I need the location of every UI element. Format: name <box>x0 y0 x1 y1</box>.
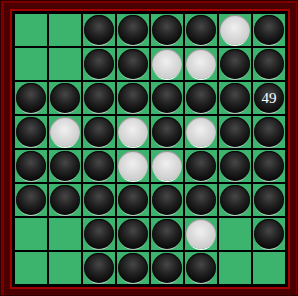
black-disc <box>16 151 46 181</box>
cell-g2[interactable] <box>219 48 251 80</box>
black-disc <box>16 185 46 215</box>
white-disc <box>186 117 216 147</box>
black-disc <box>254 15 284 45</box>
black-disc <box>152 219 182 249</box>
black-disc <box>220 49 250 79</box>
cell-a5[interactable] <box>15 150 47 182</box>
black-disc <box>254 185 284 215</box>
cell-b4[interactable] <box>49 116 81 148</box>
cell-h5[interactable] <box>253 150 285 182</box>
black-disc <box>152 253 182 283</box>
cell-e3[interactable] <box>151 82 183 114</box>
cell-a7[interactable] <box>15 218 47 250</box>
black-disc <box>118 219 148 249</box>
black-disc: 49 <box>254 83 284 113</box>
cell-d2[interactable] <box>117 48 149 80</box>
black-disc <box>186 15 216 45</box>
cell-f5[interactable] <box>185 150 217 182</box>
cell-d4[interactable] <box>117 116 149 148</box>
cell-b7[interactable] <box>49 218 81 250</box>
black-disc <box>254 219 284 249</box>
cell-h2[interactable] <box>253 48 285 80</box>
black-disc <box>152 15 182 45</box>
cell-a8[interactable] <box>15 252 47 284</box>
cell-h6[interactable] <box>253 184 285 216</box>
black-disc <box>50 151 80 181</box>
cell-b2[interactable] <box>49 48 81 80</box>
black-disc <box>84 151 114 181</box>
black-disc <box>118 49 148 79</box>
cell-h8[interactable] <box>253 252 285 284</box>
cell-d6[interactable] <box>117 184 149 216</box>
cell-b1[interactable] <box>49 14 81 46</box>
cell-f8[interactable] <box>185 252 217 284</box>
white-disc <box>186 49 216 79</box>
white-disc <box>118 117 148 147</box>
white-disc <box>152 49 182 79</box>
white-disc <box>50 117 80 147</box>
cell-b5[interactable] <box>49 150 81 182</box>
othello-board: 49 <box>12 11 288 287</box>
black-disc <box>152 185 182 215</box>
black-disc <box>118 185 148 215</box>
cell-c1[interactable] <box>83 14 115 46</box>
cell-e2[interactable] <box>151 48 183 80</box>
black-disc <box>118 253 148 283</box>
cell-e5[interactable] <box>151 150 183 182</box>
cell-c2[interactable] <box>83 48 115 80</box>
black-disc <box>84 83 114 113</box>
cell-c6[interactable] <box>83 184 115 216</box>
cell-d8[interactable] <box>117 252 149 284</box>
black-disc <box>220 151 250 181</box>
black-disc <box>50 185 80 215</box>
cell-e6[interactable] <box>151 184 183 216</box>
cell-h4[interactable] <box>253 116 285 148</box>
black-disc <box>254 117 284 147</box>
cell-c5[interactable] <box>83 150 115 182</box>
cell-b6[interactable] <box>49 184 81 216</box>
cell-c4[interactable] <box>83 116 115 148</box>
board-frame: 49 <box>0 0 298 296</box>
cell-f4[interactable] <box>185 116 217 148</box>
cell-a1[interactable] <box>15 14 47 46</box>
black-disc <box>84 219 114 249</box>
black-disc <box>254 151 284 181</box>
cell-g4[interactable] <box>219 116 251 148</box>
black-disc <box>16 83 46 113</box>
black-disc <box>220 185 250 215</box>
white-disc <box>118 151 148 181</box>
black-disc <box>186 253 216 283</box>
black-disc <box>84 15 114 45</box>
cell-h7[interactable] <box>253 218 285 250</box>
black-disc <box>84 49 114 79</box>
black-disc <box>84 117 114 147</box>
cell-f7[interactable] <box>185 218 217 250</box>
cell-g6[interactable] <box>219 184 251 216</box>
black-disc <box>254 49 284 79</box>
cell-h1[interactable] <box>253 14 285 46</box>
white-disc <box>220 15 250 45</box>
cell-a6[interactable] <box>15 184 47 216</box>
cell-d7[interactable] <box>117 218 149 250</box>
cell-a3[interactable] <box>15 82 47 114</box>
othello-app-window: 49 <box>0 0 298 296</box>
cell-c7[interactable] <box>83 218 115 250</box>
cell-e7[interactable] <box>151 218 183 250</box>
cell-g3[interactable] <box>219 82 251 114</box>
cell-b8[interactable] <box>49 252 81 284</box>
cell-f6[interactable] <box>185 184 217 216</box>
black-disc <box>220 83 250 113</box>
cell-a4[interactable] <box>15 116 47 148</box>
cell-b3[interactable] <box>49 82 81 114</box>
cell-f1[interactable] <box>185 14 217 46</box>
cell-e8[interactable] <box>151 252 183 284</box>
cell-g1[interactable] <box>219 14 251 46</box>
cell-d1[interactable] <box>117 14 149 46</box>
black-disc <box>118 83 148 113</box>
white-disc <box>186 219 216 249</box>
black-disc <box>186 151 216 181</box>
black-disc <box>152 83 182 113</box>
black-disc <box>186 83 216 113</box>
black-disc <box>152 117 182 147</box>
cell-d3[interactable] <box>117 82 149 114</box>
black-disc <box>16 117 46 147</box>
cell-e1[interactable] <box>151 14 183 46</box>
cell-f3[interactable] <box>185 82 217 114</box>
cell-c8[interactable] <box>83 252 115 284</box>
cell-g7[interactable] <box>219 218 251 250</box>
cell-e4[interactable] <box>151 116 183 148</box>
black-disc <box>220 117 250 147</box>
cell-d5[interactable] <box>117 150 149 182</box>
black-disc <box>84 185 114 215</box>
white-disc <box>152 151 182 181</box>
cell-g8[interactable] <box>219 252 251 284</box>
cell-h3[interactable]: 49 <box>253 82 285 114</box>
cell-g5[interactable] <box>219 150 251 182</box>
black-disc <box>186 185 216 215</box>
cell-f2[interactable] <box>185 48 217 80</box>
cell-c3[interactable] <box>83 82 115 114</box>
black-disc <box>50 83 80 113</box>
cell-a2[interactable] <box>15 48 47 80</box>
move-number-label: 49 <box>254 83 284 113</box>
black-disc <box>118 15 148 45</box>
black-disc <box>84 253 114 283</box>
